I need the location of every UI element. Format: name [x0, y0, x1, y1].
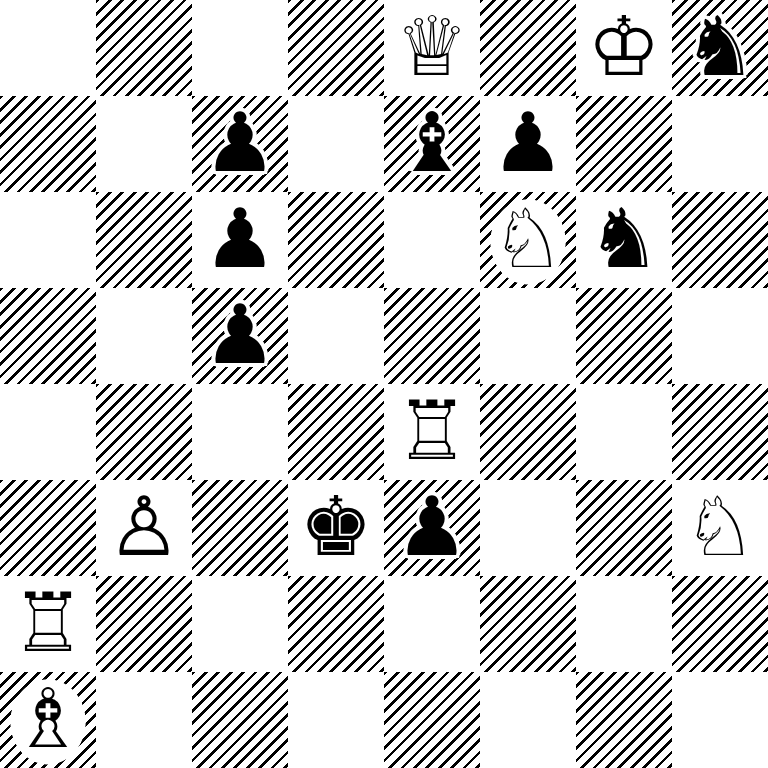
square-h1[interactable]: [672, 672, 768, 768]
piece-black-knight[interactable]: ♞: [576, 192, 672, 288]
square-h4[interactable]: [672, 384, 768, 480]
piece-white-knight[interactable]: ♘: [672, 480, 768, 576]
square-d8[interactable]: [288, 0, 384, 96]
square-d5[interactable]: [288, 288, 384, 384]
square-b6[interactable]: [96, 192, 192, 288]
piece-black-pawn[interactable]: ♟: [192, 96, 288, 192]
piece-black-pawn[interactable]: ♟: [192, 192, 288, 288]
square-a5[interactable]: [0, 288, 96, 384]
square-c1[interactable]: [192, 672, 288, 768]
piece-white-rook[interactable]: ♖: [0, 576, 96, 672]
square-f6[interactable]: ♘: [480, 192, 576, 288]
square-h6[interactable]: [672, 192, 768, 288]
square-f5[interactable]: [480, 288, 576, 384]
square-e4[interactable]: ♖: [384, 384, 480, 480]
square-e7[interactable]: ♝: [384, 96, 480, 192]
square-g1[interactable]: [576, 672, 672, 768]
square-d3[interactable]: ♚: [288, 480, 384, 576]
square-d7[interactable]: [288, 96, 384, 192]
piece-black-knight[interactable]: ♞: [672, 0, 768, 96]
square-g6[interactable]: ♞: [576, 192, 672, 288]
square-f2[interactable]: [480, 576, 576, 672]
square-a6[interactable]: [0, 192, 96, 288]
square-b2[interactable]: [96, 576, 192, 672]
piece-white-queen[interactable]: ♕: [384, 0, 480, 96]
square-h7[interactable]: [672, 96, 768, 192]
piece-white-bishop[interactable]: ♗: [0, 672, 96, 768]
square-e8[interactable]: ♕: [384, 0, 480, 96]
piece-white-king[interactable]: ♔: [576, 0, 672, 96]
square-h3[interactable]: ♘: [672, 480, 768, 576]
square-f3[interactable]: [480, 480, 576, 576]
square-c7[interactable]: ♟: [192, 96, 288, 192]
square-e2[interactable]: [384, 576, 480, 672]
piece-white-knight[interactable]: ♘: [480, 192, 576, 288]
square-g2[interactable]: [576, 576, 672, 672]
square-d6[interactable]: [288, 192, 384, 288]
square-h5[interactable]: [672, 288, 768, 384]
square-b5[interactable]: [96, 288, 192, 384]
square-g8[interactable]: ♔: [576, 0, 672, 96]
square-c5[interactable]: ♟: [192, 288, 288, 384]
square-c6[interactable]: ♟: [192, 192, 288, 288]
square-d2[interactable]: [288, 576, 384, 672]
piece-black-bishop[interactable]: ♝: [384, 96, 480, 192]
square-g5[interactable]: [576, 288, 672, 384]
square-e6[interactable]: [384, 192, 480, 288]
piece-black-king[interactable]: ♚: [288, 480, 384, 576]
square-b4[interactable]: [96, 384, 192, 480]
square-f8[interactable]: [480, 0, 576, 96]
square-d1[interactable]: [288, 672, 384, 768]
square-a1[interactable]: ♗: [0, 672, 96, 768]
square-e3[interactable]: ♟: [384, 480, 480, 576]
square-b7[interactable]: [96, 96, 192, 192]
piece-black-pawn[interactable]: ♟: [480, 96, 576, 192]
square-e1[interactable]: [384, 672, 480, 768]
square-h2[interactable]: [672, 576, 768, 672]
square-b1[interactable]: [96, 672, 192, 768]
square-b8[interactable]: [96, 0, 192, 96]
square-e5[interactable]: [384, 288, 480, 384]
square-c4[interactable]: [192, 384, 288, 480]
square-c8[interactable]: [192, 0, 288, 96]
square-c3[interactable]: [192, 480, 288, 576]
square-g7[interactable]: [576, 96, 672, 192]
piece-black-pawn[interactable]: ♟: [192, 288, 288, 384]
square-a3[interactable]: [0, 480, 96, 576]
piece-white-rook[interactable]: ♖: [384, 384, 480, 480]
piece-white-pawn[interactable]: ♙: [96, 480, 192, 576]
square-d4[interactable]: [288, 384, 384, 480]
square-h8[interactable]: ♞: [672, 0, 768, 96]
piece-black-pawn[interactable]: ♟: [384, 480, 480, 576]
square-f1[interactable]: [480, 672, 576, 768]
square-a8[interactable]: [0, 0, 96, 96]
square-c2[interactable]: [192, 576, 288, 672]
square-b3[interactable]: ♙: [96, 480, 192, 576]
square-a2[interactable]: ♖: [0, 576, 96, 672]
chess-board: ♕♔♞♟♝♟♟♘♞♟♖♙♚♟♘♖♗: [0, 0, 768, 768]
square-f7[interactable]: ♟: [480, 96, 576, 192]
square-f4[interactable]: [480, 384, 576, 480]
square-g3[interactable]: [576, 480, 672, 576]
square-g4[interactable]: [576, 384, 672, 480]
square-a4[interactable]: [0, 384, 96, 480]
square-a7[interactable]: [0, 96, 96, 192]
